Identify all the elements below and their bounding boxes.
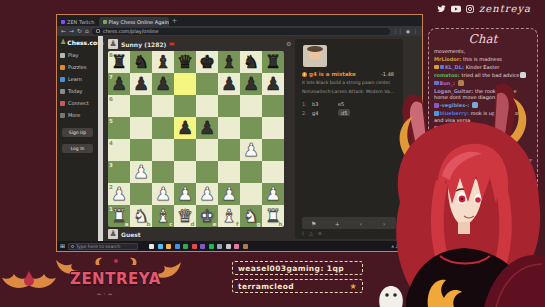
- rank-label: 3: [109, 162, 113, 168]
- white-move[interactable]: b3: [312, 101, 338, 107]
- square-f2[interactable]: ♟: [218, 183, 240, 205]
- square-f5[interactable]: [218, 117, 240, 139]
- piece-black-pawn: ♟: [130, 73, 152, 95]
- white-player-avatar[interactable]: ♟: [108, 229, 118, 239]
- url-bar[interactable]: chess.com/play/online: [92, 28, 390, 35]
- piece-black-pawn: ♟: [218, 73, 240, 95]
- square-b2[interactable]: [130, 183, 152, 205]
- connect-icon: [60, 101, 65, 106]
- logo-tagline: ~·~: [96, 290, 114, 297]
- chesscom-sidebar: ♟ Chess.com PlayPuzzlesLearnTodayConnect…: [57, 36, 98, 242]
- url-text: chess.com/play/online: [103, 28, 159, 34]
- square-g2[interactable]: [240, 183, 262, 205]
- home-icon[interactable]: ⌂: [85, 26, 89, 36]
- square-d6[interactable]: [174, 95, 196, 117]
- square-a7[interactable]: 7♟: [108, 73, 130, 95]
- sidebar-item-label: Play: [68, 52, 78, 58]
- banner-message-2: terramcleod ★: [232, 279, 363, 293]
- black-player-avatar[interactable]: ♟: [108, 39, 118, 49]
- square-c1[interactable]: c♝: [152, 205, 174, 227]
- move-number: 2.: [302, 110, 312, 116]
- square-g8[interactable]: ♞: [240, 51, 262, 73]
- square-h7[interactable]: ♟: [262, 73, 284, 95]
- chevron-left-icon[interactable]: ‹: [349, 217, 373, 229]
- chat-username[interactable]: KL_DL:: [445, 64, 466, 70]
- square-b4[interactable]: [130, 139, 152, 161]
- square-d2[interactable]: ♟: [174, 183, 196, 205]
- piece-black-pawn: ♟: [240, 73, 262, 95]
- piece-white-pawn: ♟: [108, 183, 130, 205]
- chat-message: movements,: [434, 48, 532, 55]
- sidebar-item-more[interactable]: More: [60, 112, 95, 118]
- sidebar-item-today[interactable]: Today: [60, 88, 95, 94]
- square-f1[interactable]: f♝: [218, 205, 240, 227]
- piece-black-pawn: ♟: [152, 73, 174, 95]
- forward-icon[interactable]: →: [69, 26, 74, 36]
- square-h5[interactable]: [262, 117, 284, 139]
- square-h3[interactable]: [262, 161, 284, 183]
- piece-black-bishop: ♝: [218, 51, 240, 73]
- square-d1[interactable]: d♛: [174, 205, 196, 227]
- piece-black-knight: ♞: [130, 51, 152, 73]
- piece-black-queen: ♛: [174, 51, 196, 73]
- logo-text: ZENTREYA: [70, 270, 161, 288]
- square-h2[interactable]: ♟: [262, 183, 284, 205]
- chesscom-logo[interactable]: ♟ Chess.com: [60, 38, 95, 46]
- square-f6[interactable]: [218, 95, 240, 117]
- taskbar-icon-mail[interactable]: [175, 244, 180, 249]
- taskbar-icon-spotify[interactable]: [209, 244, 214, 249]
- star-icon: ★: [349, 282, 357, 291]
- piece-black-pawn: ♟: [262, 73, 284, 95]
- piece-black-pawn: ♟: [174, 117, 196, 139]
- profile-icon[interactable]: ◉: [406, 28, 410, 34]
- sidebar-item-label: Puzzles: [68, 64, 86, 70]
- square-b1[interactable]: b♞: [130, 205, 152, 227]
- chat-username[interactable]: MrLiodor:: [434, 56, 463, 62]
- square-e6[interactable]: [196, 95, 218, 117]
- square-e5[interactable]: ♟: [196, 117, 218, 139]
- corner-bat-wings-icon: [2, 256, 56, 302]
- rank-label: 4: [109, 140, 113, 146]
- chat-text: Kinder Easter: [466, 64, 500, 70]
- piece-white-pawn: ♟: [218, 183, 240, 205]
- taskbar-icon-steam[interactable]: [217, 244, 222, 249]
- rank-label: 5: [109, 118, 113, 124]
- piece-white-knight: ♞: [240, 205, 262, 227]
- sidebar-item-play[interactable]: Play: [60, 52, 95, 58]
- white-move[interactable]: g4: [312, 110, 338, 116]
- chat-text: movements,: [434, 48, 465, 54]
- square-b5[interactable]: [130, 117, 152, 139]
- square-g7[interactable]: ♟: [240, 73, 262, 95]
- browser-tabbar: ZEN Twitch Play Chess Online Against t ×…: [57, 15, 422, 26]
- square-g5[interactable]: [240, 117, 262, 139]
- taskbar-icon-chrome[interactable]: [149, 244, 154, 249]
- square-a1[interactable]: 1a♜: [108, 205, 130, 227]
- taskbar-icon-store[interactable]: [183, 244, 188, 249]
- chat-message: MrLiodor: this is madness: [434, 56, 532, 63]
- taskbar-icon-folder[interactable]: [166, 244, 171, 249]
- taskbar-search[interactable]: Type here to search: [68, 243, 138, 250]
- panel-mini-icons[interactable]: ⟨ △ ⊙: [302, 231, 324, 236]
- square-a2[interactable]: 2♟: [108, 183, 130, 205]
- new-tab-button[interactable]: +: [172, 17, 178, 26]
- square-a6[interactable]: 6: [108, 95, 130, 117]
- chesscom-page: ♟ Chess.com PlayPuzzlesLearnTodayConnect…: [57, 36, 422, 242]
- social-bar: zentreya: [437, 3, 531, 14]
- chat-title: Chat: [434, 32, 532, 46]
- extensions-icon[interactable]: ⋮⋮: [393, 28, 403, 34]
- back-icon[interactable]: ←: [61, 26, 66, 36]
- piece-white-pawn: ♟: [152, 183, 174, 205]
- piece-black-king: ♚: [196, 51, 218, 73]
- chat-text: this is madness: [463, 56, 502, 62]
- piece-black-rook: ♜: [108, 51, 130, 73]
- knight-icon: [60, 53, 65, 58]
- square-c3[interactable]: [152, 161, 174, 183]
- twitch-favicon: [61, 20, 65, 24]
- square-d3[interactable]: [174, 161, 196, 183]
- chat-message: romatoo: tried all the bad advice: [434, 72, 532, 79]
- sidebar-item-puzzles[interactable]: Puzzles: [60, 64, 95, 70]
- chat-badge-icon: [434, 65, 439, 70]
- more-icon: [60, 113, 65, 118]
- page-scrollbar[interactable]: [98, 36, 103, 242]
- banner-message-text: weasel003gaming: 1qp: [238, 264, 344, 273]
- square-g1[interactable]: g♞: [240, 205, 262, 227]
- tab-label: Play Chess Online Against t: [109, 19, 169, 25]
- square-e8[interactable]: ♚: [196, 51, 218, 73]
- move-number: 1.: [302, 101, 312, 107]
- piece-white-king: ♚: [196, 205, 218, 227]
- square-f7[interactable]: ♟: [218, 73, 240, 95]
- piece-black-knight: ♞: [240, 51, 262, 73]
- login-button[interactable]: Log In: [62, 144, 93, 153]
- instagram-icon[interactable]: [466, 5, 474, 13]
- square-c6[interactable]: [152, 95, 174, 117]
- logo-crown-marks: [92, 256, 142, 266]
- chess-board: 8♜♞♝♛♚♝♞♜7♟♟♟♟♟♟65♟♟4♟3♟2♟♟♟♟♟♟1a♜b♞c♝d♛…: [108, 51, 284, 227]
- sidebar-item-label: Learn: [68, 76, 82, 82]
- plus-icon[interactable]: +: [326, 217, 350, 229]
- chat-badge-icon: [440, 65, 445, 70]
- rank-label: 6: [109, 96, 113, 102]
- piece-black-pawn: ♟: [196, 117, 218, 139]
- chat-message: KL_DL: Kinder Easter: [434, 64, 532, 71]
- youtube-icon[interactable]: [451, 5, 461, 13]
- square-d7[interactable]: [174, 73, 196, 95]
- white-player-bar: ♟ Guest: [108, 229, 141, 239]
- taskbar-icon-paint[interactable]: [234, 244, 239, 249]
- square-c5[interactable]: [152, 117, 174, 139]
- square-c2[interactable]: ♟: [152, 183, 174, 205]
- square-c8[interactable]: ♝: [152, 51, 174, 73]
- piece-white-bishop: ♝: [152, 205, 174, 227]
- piece-white-pawn: ♟: [130, 161, 152, 183]
- piece-white-pawn: ♟: [262, 183, 284, 205]
- square-e1[interactable]: e♚: [196, 205, 218, 227]
- eval-score: -1.48: [381, 71, 394, 77]
- chat-emote-icon: [520, 72, 526, 78]
- today-icon: [60, 89, 65, 94]
- piece-white-pawn: ♟: [240, 139, 262, 161]
- taskbar-icon-edge[interactable]: [158, 244, 163, 249]
- lock-icon: [96, 29, 100, 33]
- white-player-name: Guest: [121, 231, 141, 238]
- desktop-capture: ZEN Twitch Play Chess Online Against t ×…: [56, 14, 423, 252]
- sidebar-item-label: More: [68, 112, 80, 118]
- windows-taskbar: ⊞ Type here to search ∧ ♪ 7:04 AM: [57, 241, 422, 251]
- taskbar-icon-discord[interactable]: [200, 244, 205, 249]
- menu-icon[interactable]: ⋮: [413, 28, 418, 34]
- square-d8[interactable]: ♛: [174, 51, 196, 73]
- reload-icon[interactable]: ↻: [77, 26, 82, 36]
- square-e3[interactable]: [196, 161, 218, 183]
- square-h4[interactable]: [262, 139, 284, 161]
- black-move[interactable]: e5: [338, 101, 364, 107]
- ghost-mascot: [376, 284, 406, 307]
- twitter-icon[interactable]: [437, 5, 446, 13]
- tab-label: ZEN Twitch: [67, 19, 95, 25]
- learn-icon: [60, 77, 65, 82]
- zentreya-logo: ZENTREYA ~·~: [58, 258, 178, 304]
- piece-black-pawn: ♟: [108, 73, 130, 95]
- vtuber-character: [378, 80, 545, 307]
- browser-addressbar: ← → ↻ ⌂ chess.com/play/online ⋮⋮ ◉ ⋮: [57, 26, 422, 36]
- coach-comment-row: ! g4 is a mistake -1.48: [302, 71, 394, 77]
- square-b8[interactable]: ♞: [130, 51, 152, 73]
- sidebar-item-learn[interactable]: Learn: [60, 76, 95, 82]
- square-g4[interactable]: ♟: [240, 139, 262, 161]
- piece-black-bishop: ♝: [152, 51, 174, 73]
- coach-avatar: [303, 45, 327, 67]
- square-f4[interactable]: [218, 139, 240, 161]
- chesscom-favicon: [103, 20, 107, 24]
- black-player-bar: ♟ Sunny (1282): [108, 39, 175, 49]
- banner-message-1: weasel003gaming: 1qp: [232, 261, 363, 275]
- square-e2[interactable]: ♟: [196, 183, 218, 205]
- piece-white-rook: ♜: [108, 205, 130, 227]
- piece-black-rook: ♜: [262, 51, 284, 73]
- sidebar-item-label: Connect: [68, 100, 89, 106]
- piece-white-bishop: ♝: [218, 205, 240, 227]
- piece-white-queen: ♛: [174, 205, 196, 227]
- start-button[interactable]: ⊞: [60, 241, 65, 251]
- browser-tab-twitch[interactable]: ZEN Twitch: [57, 17, 99, 26]
- square-a4[interactable]: 4: [108, 139, 130, 161]
- browser-tab-chess[interactable]: Play Chess Online Against t ×: [99, 17, 169, 26]
- square-e7[interactable]: [196, 73, 218, 95]
- square-a5[interactable]: 5: [108, 117, 130, 139]
- search-placeholder: Type here to search: [76, 244, 120, 249]
- mistake-icon: !: [302, 72, 307, 77]
- square-a3[interactable]: 3: [108, 161, 130, 183]
- square-a8[interactable]: 8♜: [108, 51, 130, 73]
- chat-username[interactable]: romatoo:: [434, 72, 462, 78]
- taskbar-icon-obs[interactable]: [226, 244, 231, 249]
- square-g6[interactable]: [240, 95, 262, 117]
- puzzle-icon: [60, 65, 65, 70]
- square-c7[interactable]: ♟: [152, 73, 174, 95]
- square-b6[interactable]: [130, 95, 152, 117]
- piece-white-knight: ♞: [130, 205, 152, 227]
- taskbar-icon-settings[interactable]: [243, 244, 248, 249]
- signup-button[interactable]: Sign Up: [62, 128, 93, 137]
- stream-frame: zentreya ZEN Twitch Play Chess Online Ag…: [0, 0, 545, 307]
- black-player-name: Sunny (1282): [121, 41, 166, 48]
- banner-message-text: terramcleod: [238, 282, 294, 291]
- piece-white-pawn: ♟: [196, 183, 218, 205]
- square-c4[interactable]: [152, 139, 174, 161]
- board-settings-gear-icon[interactable]: ⚙: [286, 40, 291, 47]
- square-h6[interactable]: [262, 95, 284, 117]
- square-g3[interactable]: [240, 161, 262, 183]
- piece-white-pawn: ♟: [174, 183, 196, 205]
- sidebar-item-connect[interactable]: Connect: [60, 100, 95, 106]
- taskbar-icon-photos[interactable]: [192, 244, 197, 249]
- coach-comment: g4 is a mistake: [309, 71, 356, 77]
- square-b3[interactable]: ♟: [130, 161, 152, 183]
- square-e4[interactable]: [196, 139, 218, 161]
- square-b7[interactable]: ♟: [130, 73, 152, 95]
- search-icon: [71, 245, 74, 248]
- flag-icon[interactable]: ⚑: [302, 217, 326, 229]
- square-f3[interactable]: [218, 161, 240, 183]
- piece-white-rook: ♜: [262, 205, 284, 227]
- square-d4[interactable]: [174, 139, 196, 161]
- stream-handle: zentreya: [479, 3, 531, 14]
- square-h1[interactable]: h♜: [262, 205, 284, 227]
- pawn-logo-icon: ♟: [60, 38, 66, 46]
- square-d5[interactable]: ♟: [174, 117, 196, 139]
- chat-text: tried all the bad advice: [462, 72, 520, 78]
- black-player-flag-icon: [169, 42, 175, 46]
- square-f8[interactable]: ♝: [218, 51, 240, 73]
- black-move[interactable]: d5: [338, 110, 364, 116]
- square-h8[interactable]: ♜: [262, 51, 284, 73]
- sidebar-item-label: Today: [68, 88, 82, 94]
